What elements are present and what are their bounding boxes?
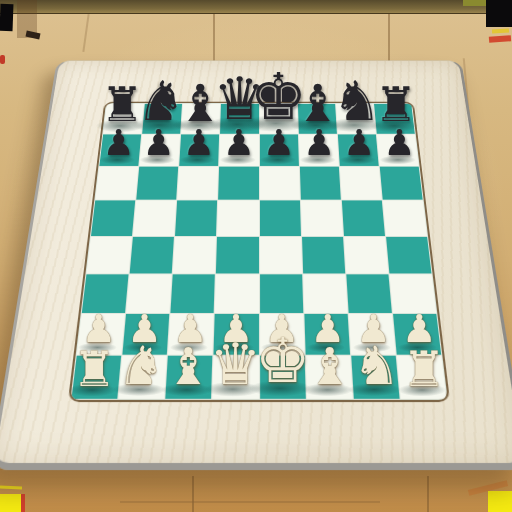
black-pawn-icon: ♟ [183,126,215,162]
piece-black-pawn-c7[interactable]: ♟ [183,126,215,162]
piece-white-bishop-c1[interactable]: ♝ [166,343,211,394]
square-g4[interactable] [344,236,388,273]
square-d6[interactable] [218,167,258,200]
square-c4[interactable] [173,236,216,273]
white-rook-icon: ♜ [72,345,115,393]
square-h5[interactable] [383,201,427,236]
chess-game-scene: ♜♞♝♛♚♝♞♜♟♟♟♟♟♟♟♟♟♟♟♟♟♟♟♟♜♞♝♛♚♝♞♜ [0,0,512,512]
piece-white-rook-h1[interactable]: ♜ [402,345,445,393]
square-g6[interactable] [340,167,382,200]
black-pawn-icon: ♟ [143,126,175,162]
piece-white-knight-b1[interactable]: ♞ [118,341,165,394]
black-pawn-icon: ♟ [263,126,295,162]
square-f4[interactable] [302,236,345,273]
square-f5[interactable] [301,201,343,236]
floor-plank-seam [192,476,194,512]
square-d5[interactable] [217,201,258,236]
square-c5[interactable] [175,201,217,236]
background-yellow-object-bottom-right [488,491,512,512]
black-pawn-icon: ♟ [103,126,135,162]
black-pawn-icon: ♟ [223,126,255,162]
square-h6[interactable] [380,167,423,200]
floor-plank-seam [427,476,429,512]
piece-white-rook-a1[interactable]: ♜ [72,345,115,393]
square-a4[interactable] [87,236,133,273]
background-red-line-bottom-left [21,494,25,512]
black-pawn-icon: ♟ [383,126,415,162]
square-a5[interactable] [91,201,135,236]
piece-black-pawn-a7[interactable]: ♟ [103,126,135,162]
white-bishop-icon: ♝ [166,343,211,394]
background-yellow-object-bottom-left [0,494,22,512]
black-pawn-icon: ♟ [343,126,375,162]
square-e5[interactable] [259,201,300,236]
white-bishop-icon: ♝ [307,343,352,394]
square-g5[interactable] [342,201,385,236]
white-king-icon: ♚ [255,332,310,394]
piece-black-pawn-b7[interactable]: ♟ [143,126,175,162]
square-f6[interactable] [300,167,341,200]
piece-black-pawn-f7[interactable]: ♟ [303,126,335,162]
square-b6[interactable] [136,167,178,200]
square-a6[interactable] [95,167,138,200]
piece-white-knight-g1[interactable]: ♞ [353,341,400,394]
background-red-dot-top-left [0,55,5,64]
floor-plank-seam [120,501,380,503]
piece-black-pawn-d7[interactable]: ♟ [223,126,255,162]
square-b5[interactable] [133,201,176,236]
square-d4[interactable] [216,236,258,273]
piece-black-pawn-g7[interactable]: ♟ [343,126,375,162]
white-rook-icon: ♜ [402,345,445,393]
piece-white-king-e1[interactable]: ♚ [255,332,310,394]
square-e6[interactable] [259,167,299,200]
black-pawn-icon: ♟ [303,126,335,162]
piece-white-bishop-f1[interactable]: ♝ [307,343,352,394]
piece-black-pawn-h7[interactable]: ♟ [383,126,415,162]
background-dark-object-top-left [0,4,13,31]
white-knight-icon: ♞ [118,341,165,394]
piece-black-pawn-e7[interactable]: ♟ [263,126,295,162]
square-h4[interactable] [386,236,432,273]
white-knight-icon: ♞ [353,341,400,394]
square-e4[interactable] [260,236,302,273]
square-b4[interactable] [130,236,174,273]
square-c6[interactable] [177,167,218,200]
